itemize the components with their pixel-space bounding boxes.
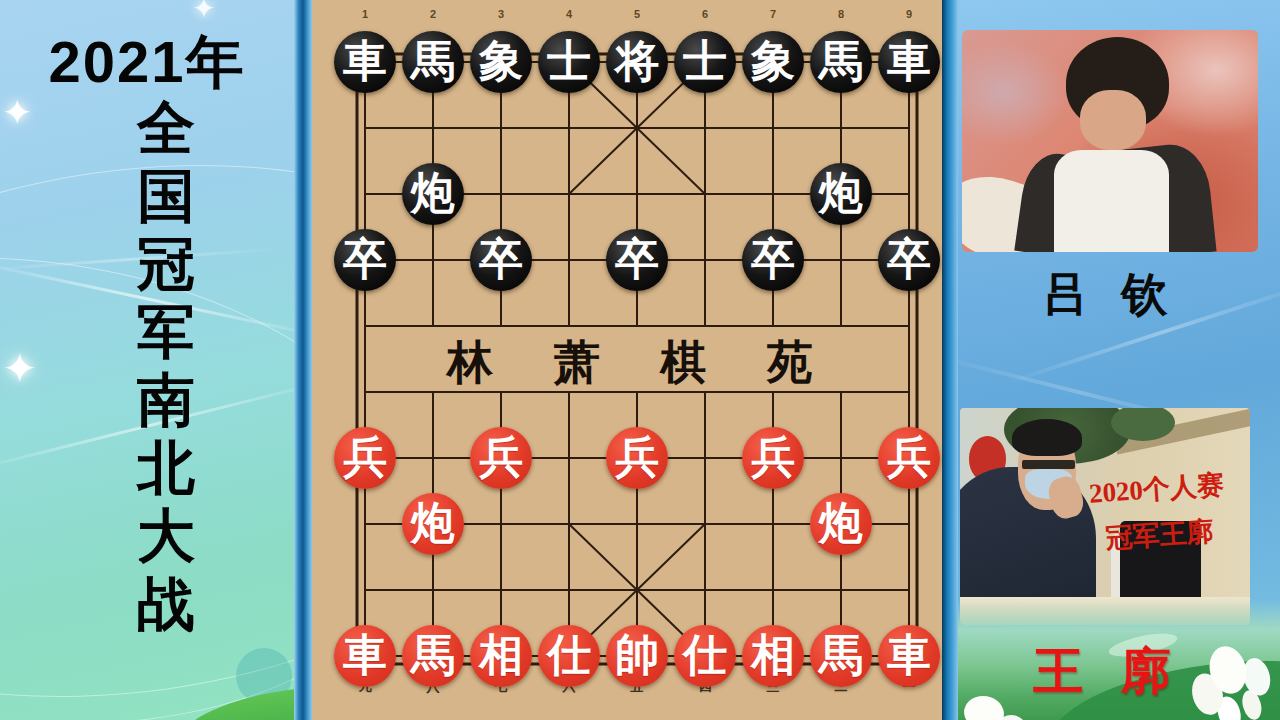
player-photo-wang-kuo: 2020个人赛 冠军王廓	[960, 408, 1250, 625]
video-frame: ✦ ✦ ✦ 2021年 全国冠军南北大战 123456789 九八七六五四三二一…	[0, 0, 1280, 720]
banner-year: 2021年	[0, 24, 294, 102]
players-panel: 吕 钦 2020个人赛 冠军王廓 王 廓	[958, 0, 1280, 720]
photo-face-shape	[1080, 90, 1145, 150]
file-label-top: 2	[430, 8, 436, 20]
photo-shirt-shape	[1054, 150, 1169, 252]
piece-red-炮[interactable]: 炮	[810, 493, 872, 555]
river-watermark: 林萧棋苑	[447, 332, 813, 394]
banner-title-char: 军	[137, 298, 195, 366]
banner-title-char: 大	[137, 502, 195, 570]
player-photo-lu-qin	[962, 30, 1258, 252]
banner-panel: ✦ ✦ ✦ 2021年 全国冠军南北大战	[0, 0, 294, 720]
panel-divider-left	[294, 0, 312, 720]
file-label-top: 5	[634, 8, 640, 20]
piece-red-仕[interactable]: 仕	[674, 625, 736, 687]
banner-title-char: 战	[137, 570, 195, 638]
banner-title-char: 南	[137, 366, 195, 434]
xiangqi-board: 123456789 九八七六五四三二一 林萧棋苑 車馬象士将士象馬車炮炮卒卒卒卒…	[312, 0, 942, 720]
piece-red-帥[interactable]: 帥	[606, 625, 668, 687]
banner-title-char: 全	[137, 94, 195, 162]
piece-black-炮[interactable]: 炮	[810, 163, 872, 225]
piece-red-兵[interactable]: 兵	[878, 427, 940, 489]
sparkle-icon: ✦	[2, 344, 37, 393]
piece-black-将[interactable]: 将	[606, 31, 668, 93]
piece-red-馬[interactable]: 馬	[402, 625, 464, 687]
piece-red-兵[interactable]: 兵	[334, 427, 396, 489]
piece-black-車[interactable]: 車	[334, 31, 396, 93]
piece-red-相[interactable]: 相	[470, 625, 532, 687]
piece-red-兵[interactable]: 兵	[742, 427, 804, 489]
glasses-shape	[1022, 460, 1074, 469]
piece-black-卒[interactable]: 卒	[878, 229, 940, 291]
file-label-top: 9	[906, 8, 912, 20]
piece-black-馬[interactable]: 馬	[402, 31, 464, 93]
file-label-top: 4	[566, 8, 572, 20]
piece-red-車[interactable]: 車	[878, 625, 940, 687]
banner-title-char: 国	[137, 162, 195, 230]
player-name-red: 王 廓	[958, 638, 1258, 705]
player-name-black: 吕 钦	[960, 264, 1260, 326]
piece-red-兵[interactable]: 兵	[606, 427, 668, 489]
piece-red-相[interactable]: 相	[742, 625, 804, 687]
piece-black-車[interactable]: 車	[878, 31, 940, 93]
piece-black-卒[interactable]: 卒	[334, 229, 396, 291]
piece-black-炮[interactable]: 炮	[402, 163, 464, 225]
piece-red-仕[interactable]: 仕	[538, 625, 600, 687]
river-watermark-char: 棋	[660, 332, 706, 394]
file-label-top: 8	[838, 8, 844, 20]
river-watermark-char: 萧	[554, 332, 600, 394]
piece-black-卒[interactable]: 卒	[742, 229, 804, 291]
banner-title-char: 冠	[137, 230, 195, 298]
piece-black-象[interactable]: 象	[742, 31, 804, 93]
banner-title-char: 北	[137, 434, 195, 502]
photo-hair-shape	[1012, 419, 1082, 456]
piece-red-馬[interactable]: 馬	[810, 625, 872, 687]
panel-divider-right	[942, 0, 958, 720]
file-label-top: 6	[702, 8, 708, 20]
file-label-top: 1	[362, 8, 368, 20]
file-label-top: 3	[498, 8, 504, 20]
file-label-top: 7	[770, 8, 776, 20]
piece-black-士[interactable]: 士	[674, 31, 736, 93]
photo-caption: 2020个人赛 冠军王廓	[1065, 460, 1250, 564]
piece-red-兵[interactable]: 兵	[470, 427, 532, 489]
piece-black-士[interactable]: 士	[538, 31, 600, 93]
piece-red-車[interactable]: 車	[334, 625, 396, 687]
piece-black-馬[interactable]: 馬	[810, 31, 872, 93]
piece-red-炮[interactable]: 炮	[402, 493, 464, 555]
banner-title-vertical: 全国冠军南北大战	[128, 94, 204, 638]
sparkle-icon: ✦	[192, 0, 215, 25]
river-watermark-char: 苑	[767, 332, 813, 394]
piece-black-卒[interactable]: 卒	[606, 229, 668, 291]
plant-decoration	[1111, 408, 1175, 441]
piece-black-象[interactable]: 象	[470, 31, 532, 93]
river-watermark-char: 林	[447, 332, 493, 394]
piece-black-卒[interactable]: 卒	[470, 229, 532, 291]
